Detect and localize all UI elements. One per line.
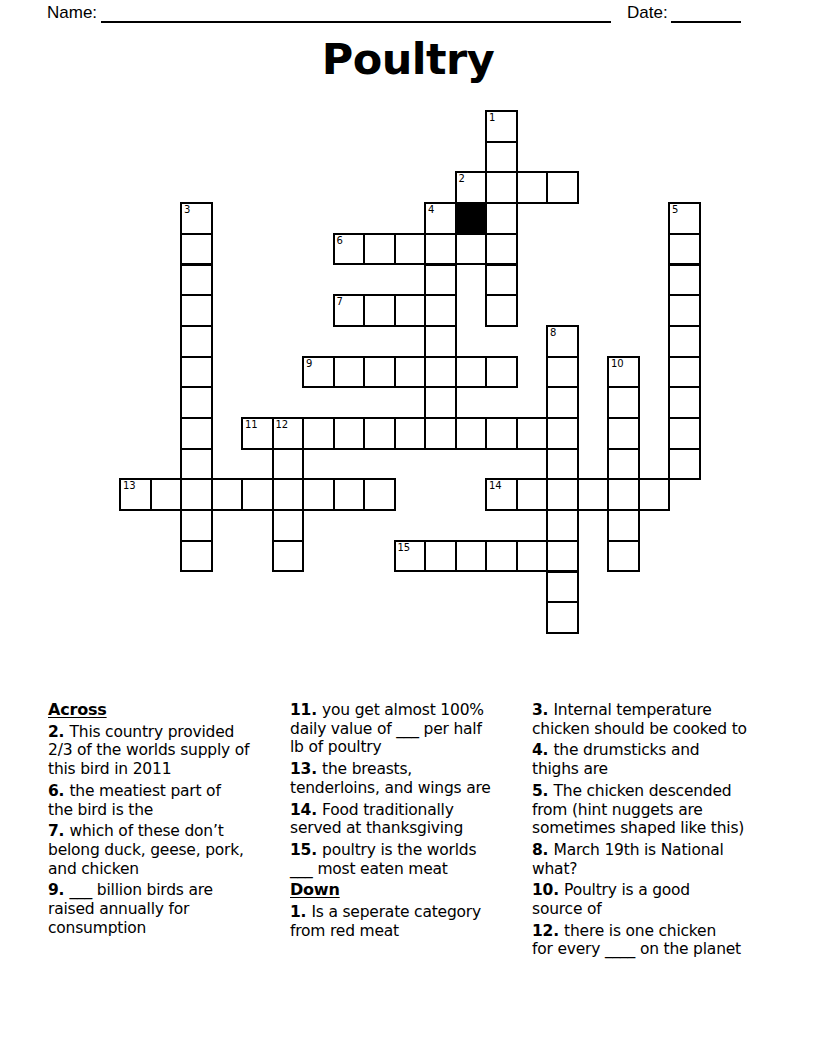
clue-number: 4. — [532, 741, 553, 759]
clue-text: March 19th is National what? — [532, 841, 724, 878]
clue-text: there is one chicken for every ____ on t… — [532, 922, 741, 959]
grid-cell[interactable] — [607, 509, 640, 542]
grid-cell[interactable] — [363, 233, 396, 266]
name-label: Name: — [47, 3, 97, 23]
grid-cell[interactable] — [180, 509, 213, 542]
grid-cell[interactable] — [546, 509, 579, 542]
clue-7: 7. which of these don’t belong duck, gee… — [48, 822, 288, 878]
grid-cell[interactable] — [516, 540, 549, 573]
grid-cell[interactable] — [485, 417, 518, 450]
clue-column-2: 11. you get almost 100% daily value of _… — [290, 701, 530, 962]
grid-cell[interactable]: 3 — [180, 202, 213, 235]
clue-text: The chicken descended from (hint nuggets… — [532, 782, 744, 837]
grid-cell[interactable] — [546, 417, 579, 450]
grid-cell[interactable]: 1 — [485, 110, 518, 143]
clue-number: 12. — [532, 922, 564, 940]
clue-1: 1. Is a seperate category from red meat — [290, 903, 530, 940]
puzzle-title: Poultry — [0, 34, 816, 84]
cell-number: 12 — [276, 419, 289, 430]
clue-number: 8. — [532, 841, 553, 859]
date-label: Date: — [627, 3, 668, 23]
grid-cell[interactable] — [485, 202, 518, 235]
cell-number: 2 — [459, 173, 465, 184]
grid-cell[interactable] — [180, 294, 213, 327]
clue-4: 4. the drumsticks and thighs are — [532, 741, 772, 778]
clue-5: 5. The chicken descended from (hint nugg… — [532, 782, 772, 838]
grid-cell[interactable] — [272, 448, 305, 481]
grid-cell[interactable] — [607, 448, 640, 481]
grid-cell[interactable] — [241, 478, 274, 511]
cell-number: 1 — [489, 112, 495, 123]
grid-cell[interactable] — [272, 509, 305, 542]
grid-cell[interactable]: 6 — [333, 233, 366, 266]
cell-number: 6 — [337, 235, 343, 246]
grid-cell[interactable] — [577, 478, 610, 511]
cell-number: 15 — [398, 542, 411, 553]
grid-cell[interactable] — [607, 478, 640, 511]
clue-11: 11. you get almost 100% daily value of _… — [290, 701, 530, 757]
grid-cell[interactable] — [272, 478, 305, 511]
grid-cell[interactable] — [668, 264, 701, 297]
grid-cell[interactable] — [668, 356, 701, 389]
grid-cell[interactable]: 5 — [668, 202, 701, 235]
grid-cell[interactable] — [546, 386, 579, 419]
grid-cell[interactable] — [424, 540, 457, 573]
cell-number: 14 — [489, 480, 502, 491]
clue-3: 3. Internal temperature chicken should b… — [532, 701, 772, 738]
grid-cell[interactable] — [272, 540, 305, 573]
grid-cell[interactable] — [394, 233, 427, 266]
grid-cell[interactable] — [455, 233, 488, 266]
grid-cell[interactable] — [363, 356, 396, 389]
black-cell — [455, 202, 488, 235]
clue-number: 9. — [48, 881, 69, 899]
clue-column-1: Across2. This country provided 2/3 of th… — [48, 701, 288, 962]
clue-8: 8. March 19th is National what? — [532, 841, 772, 878]
cell-number: 8 — [550, 327, 556, 338]
grid-cell[interactable]: 14 — [485, 478, 518, 511]
grid-cell[interactable] — [363, 294, 396, 327]
grid-cell[interactable] — [485, 233, 518, 266]
clue-text: which of these don’t belong duck, geese,… — [48, 822, 244, 877]
grid-cell[interactable] — [668, 294, 701, 327]
grid-cell[interactable]: 13 — [119, 478, 152, 511]
grid-cell[interactable] — [485, 141, 518, 174]
cell-number: 9 — [306, 358, 312, 369]
grid-cell[interactable] — [516, 478, 549, 511]
grid-cell[interactable] — [394, 294, 427, 327]
clue-number: 13. — [290, 760, 322, 778]
clue-10: 10. Poultry is a good source of — [532, 881, 772, 918]
grid-cell[interactable] — [546, 478, 579, 511]
grid-cell[interactable] — [180, 233, 213, 266]
grid-cell[interactable] — [668, 386, 701, 419]
grid-cell[interactable]: 12 — [272, 417, 305, 450]
grid-cell[interactable] — [485, 540, 518, 573]
clue-text: This country provided 2/3 of the worlds … — [48, 723, 249, 778]
clue-text: ___ billion birds are raised annually fo… — [48, 881, 213, 936]
grid-cell[interactable] — [455, 540, 488, 573]
grid-cell[interactable] — [180, 540, 213, 573]
grid-cell[interactable]: 7 — [333, 294, 366, 327]
grid-cell[interactable] — [180, 264, 213, 297]
grid-cell[interactable] — [180, 356, 213, 389]
clue-number: 6. — [48, 782, 69, 800]
grid-cell[interactable] — [546, 356, 579, 389]
grid-cell[interactable] — [302, 478, 335, 511]
grid-cell[interactable] — [516, 417, 549, 450]
grid-cell[interactable] — [333, 356, 366, 389]
clue-text: the drumsticks and thighs are — [532, 741, 700, 778]
grid-cell[interactable] — [394, 417, 427, 450]
grid-cell[interactable] — [424, 233, 457, 266]
grid-cell[interactable]: 11 — [241, 417, 274, 450]
grid-cell[interactable] — [485, 264, 518, 297]
grid-cell[interactable] — [607, 386, 640, 419]
grid-cell[interactable] — [180, 478, 213, 511]
grid-cell[interactable] — [668, 325, 701, 358]
grid-cell[interactable] — [546, 171, 579, 204]
clue-number: 7. — [48, 822, 69, 840]
grid-cell[interactable] — [546, 571, 579, 604]
grid-cell[interactable] — [180, 386, 213, 419]
grid-cell[interactable] — [424, 264, 457, 297]
grid-cell[interactable] — [485, 294, 518, 327]
clue-6: 6. the meatiest part of the bird is the — [48, 782, 288, 819]
grid-cell[interactable] — [668, 448, 701, 481]
clue-number: 2. — [48, 723, 69, 741]
cell-number: 13 — [123, 480, 136, 491]
clue-number: 1. — [290, 903, 311, 921]
down-header: Down — [290, 881, 530, 900]
grid-cell[interactable] — [333, 478, 366, 511]
grid-cell[interactable] — [363, 478, 396, 511]
cell-number: 10 — [611, 358, 624, 369]
grid-cell[interactable]: 8 — [546, 325, 579, 358]
grid-cell[interactable] — [424, 356, 457, 389]
grid-cell[interactable] — [180, 325, 213, 358]
grid-cell[interactable] — [546, 448, 579, 481]
clue-column-3: 3. Internal temperature chicken should b… — [532, 701, 772, 962]
grid-cell[interactable] — [668, 233, 701, 266]
grid-cell[interactable]: 4 — [424, 202, 457, 235]
clue-number: 5. — [532, 782, 553, 800]
clue-2: 2. This country provided 2/3 of the worl… — [48, 723, 288, 779]
grid-cell[interactable] — [424, 325, 457, 358]
grid-cell[interactable]: 15 — [394, 540, 427, 573]
grid-cell[interactable] — [455, 417, 488, 450]
grid-cell[interactable] — [485, 171, 518, 204]
cell-number: 7 — [337, 296, 343, 307]
grid-cell[interactable] — [607, 540, 640, 573]
across-header: Across — [48, 701, 288, 720]
grid-cell[interactable] — [668, 417, 701, 450]
grid-cell[interactable] — [638, 478, 671, 511]
clue-15: 15. poultry is the worlds ___ most eaten… — [290, 841, 530, 878]
clue-14: 14. Food traditionally served at thanksg… — [290, 801, 530, 838]
clue-number: 11. — [290, 701, 322, 719]
clue-12: 12. there is one chicken for every ____ … — [532, 922, 772, 959]
grid-cell[interactable] — [180, 448, 213, 481]
clue-13: 13. the breasts, tenderloins, and wings … — [290, 760, 530, 797]
grid-cell[interactable] — [211, 478, 244, 511]
clue-text: Is a seperate category from red meat — [290, 903, 481, 940]
grid-cell[interactable]: 2 — [455, 171, 488, 204]
grid-cell[interactable] — [302, 417, 335, 450]
grid-cell[interactable] — [394, 356, 427, 389]
grid-cell[interactable] — [485, 356, 518, 389]
grid-cell[interactable] — [333, 417, 366, 450]
grid-cell[interactable] — [424, 386, 457, 419]
clue-number: 10. — [532, 881, 564, 899]
clue-number: 3. — [532, 701, 553, 719]
name-blank-line — [101, 4, 611, 23]
clue-9: 9. ___ billion birds are raised annually… — [48, 881, 288, 937]
grid-cell[interactable] — [424, 294, 457, 327]
grid-cell[interactable] — [363, 417, 396, 450]
cell-number: 11 — [245, 419, 258, 430]
grid-cell[interactable] — [150, 478, 183, 511]
clue-text: Internal temperature chicken should be c… — [532, 701, 747, 738]
cell-number: 5 — [672, 204, 678, 215]
clue-number: 15. — [290, 841, 322, 859]
clue-text: the meatiest part of the bird is the — [48, 782, 221, 819]
grid-cell[interactable] — [546, 540, 579, 573]
grid-cell[interactable] — [607, 417, 640, 450]
grid-cell[interactable] — [546, 601, 579, 634]
date-blank-line — [671, 4, 741, 23]
clues: Across2. This country provided 2/3 of th… — [48, 701, 772, 962]
cell-number: 4 — [428, 204, 434, 215]
clue-number: 14. — [290, 801, 322, 819]
grid-cell[interactable] — [516, 171, 549, 204]
crossword-grid: 123456789101112131415 — [119, 110, 719, 640]
grid-cell[interactable] — [180, 417, 213, 450]
grid-cell[interactable]: 10 — [607, 356, 640, 389]
grid-cell[interactable] — [424, 417, 457, 450]
grid-cell[interactable] — [455, 356, 488, 389]
grid-cell[interactable]: 9 — [302, 356, 335, 389]
cell-number: 3 — [184, 204, 190, 215]
